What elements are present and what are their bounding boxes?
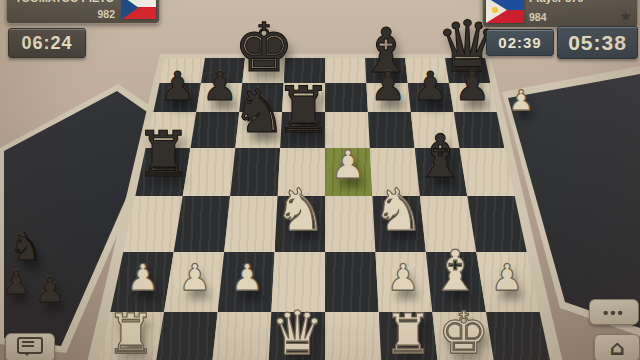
philippines-flag-icon <box>486 0 524 23</box>
player-right-rating: 984 <box>529 11 547 23</box>
piece-black-rook-d6[interactable]: ♜ <box>274 79 331 143</box>
piece-black-king-c8[interactable]: ♚ <box>234 14 294 81</box>
more-options-button[interactable]: ••• <box>589 299 639 325</box>
home-button[interactable]: ⌂ <box>594 334 640 360</box>
piece-white-pawn-b3[interactable]: ♟ <box>179 260 212 296</box>
square-a4[interactable] <box>123 196 182 252</box>
piece-black-pawn-a7[interactable]: ♟ <box>160 67 196 107</box>
piece-black-pawn-g7[interactable]: ♟ <box>412 67 448 107</box>
square-h2[interactable] <box>486 312 554 360</box>
piece-black-pawn-f7[interactable]: ♟ <box>370 67 406 107</box>
square-e4[interactable] <box>325 196 375 252</box>
piece-white-pawn-h3[interactable]: ♟ <box>491 260 524 296</box>
square-c2[interactable] <box>211 312 272 360</box>
czech-flag-icon <box>122 0 156 19</box>
square-e2[interactable] <box>325 312 382 360</box>
favorite-star-icon: ★ <box>619 8 632 24</box>
piece-white-knight-f4[interactable]: ♞ <box>372 182 424 240</box>
captured-black-pawn: ♟ <box>35 273 65 307</box>
captured-white-pawn: ♟ <box>508 87 533 115</box>
player-left-clock: 06:24 <box>8 28 86 58</box>
piece-white-pawn-e5[interactable]: ♟ <box>331 146 366 185</box>
chess-app-screen: { "game": "chess", "scene": "3D perspect… <box>0 0 640 360</box>
piece-white-rook-f2[interactable]: ♜ <box>383 307 432 360</box>
square-h5[interactable] <box>460 148 515 196</box>
square-e3[interactable] <box>325 252 379 312</box>
player-left-name: TOOMATOO PIETO <box>15 0 114 4</box>
piece-white-rook-a2[interactable]: ♜ <box>106 307 155 360</box>
player-right-move-clock: 02:39 <box>486 29 554 56</box>
piece-white-pawn-a3[interactable]: ♟ <box>127 260 160 296</box>
square-b4[interactable] <box>174 196 230 252</box>
chat-bubble-icon <box>17 337 43 354</box>
player-left-rating: 982 <box>97 8 115 20</box>
player-panel-left: TOOMATOO PIETO 982 <box>6 0 160 24</box>
chat-button[interactable] <box>5 333 55 360</box>
piece-white-bishop-g3[interactable]: ♝ <box>430 242 480 298</box>
player-right-name: Player 876 <box>529 0 583 4</box>
square-c5[interactable] <box>230 148 280 196</box>
piece-white-queen-d2[interactable]: ♛ <box>270 303 324 360</box>
player-panel-right: Player 876 984 ★ <box>482 0 638 28</box>
piece-white-knight-d4[interactable]: ♞ <box>274 182 326 240</box>
square-b2[interactable] <box>153 312 217 360</box>
square-f6[interactable] <box>368 112 415 148</box>
piece-white-pawn-f3[interactable]: ♟ <box>387 260 420 296</box>
player-right-clock: 05:38 <box>557 26 638 59</box>
captured-black-knight: ♞ <box>9 228 43 266</box>
piece-white-king-g2[interactable]: ♚ <box>438 305 490 360</box>
piece-black-rook-a5[interactable]: ♜ <box>135 124 191 187</box>
captured-black-pawn: ♟ <box>2 267 31 299</box>
square-c4[interactable] <box>224 196 277 252</box>
piece-black-pawn-h7[interactable]: ♟ <box>455 67 491 107</box>
piece-white-pawn-c3[interactable]: ♟ <box>231 260 264 296</box>
